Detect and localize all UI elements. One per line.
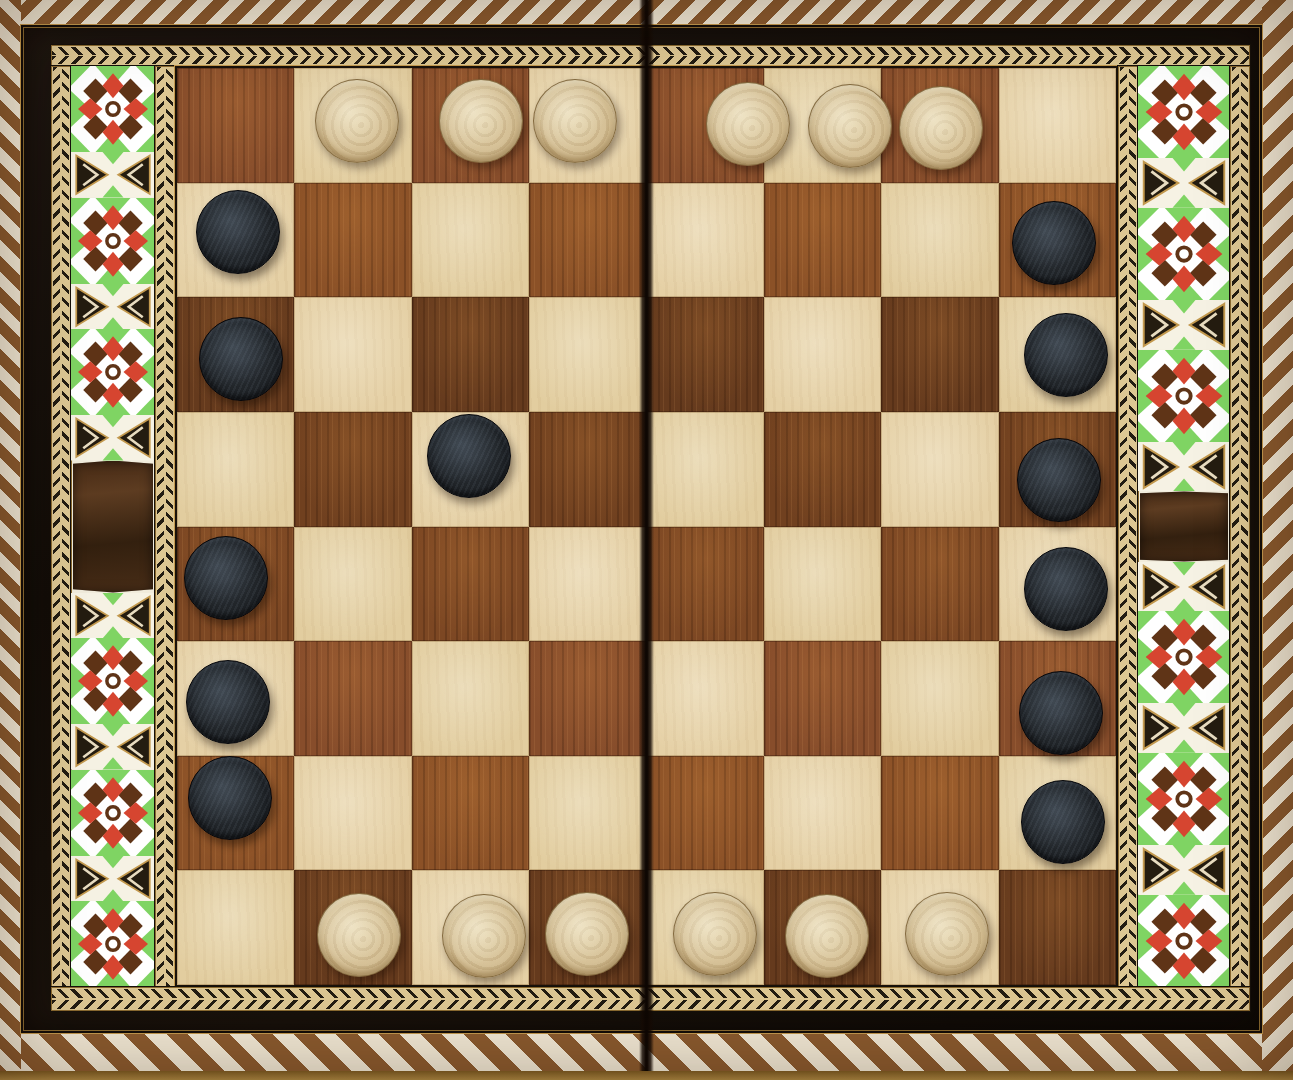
black-checker-a7[interactable] — [196, 190, 280, 274]
square-e5[interactable] — [647, 412, 764, 527]
square-g3[interactable] — [881, 641, 998, 756]
square-c7[interactable] — [412, 183, 529, 298]
square-c3[interactable] — [412, 641, 529, 756]
chevron-diamond-motif — [71, 724, 155, 770]
black-checker-a2[interactable] — [188, 756, 272, 840]
square-f2[interactable] — [764, 756, 881, 871]
square-c6[interactable] — [412, 297, 529, 412]
white-checker-e8[interactable] — [706, 82, 790, 166]
white-checker-d8[interactable] — [533, 79, 617, 163]
white-checker-g8[interactable] — [899, 86, 983, 170]
square-g6[interactable] — [881, 297, 998, 412]
black-checker-a6[interactable] — [199, 317, 283, 401]
star-flower-medallion — [71, 329, 155, 415]
square-f5[interactable] — [764, 412, 881, 527]
square-b4[interactable] — [294, 527, 411, 642]
walnut-lozenge-panel — [73, 461, 153, 593]
square-d2[interactable] — [529, 756, 646, 871]
chevron-diamond-motif — [1138, 442, 1230, 492]
chevron-diamond-motif — [71, 415, 155, 461]
white-checker-b8[interactable] — [315, 79, 399, 163]
box-bottom-edge — [0, 1071, 1293, 1080]
black-checker-h6[interactable] — [1024, 313, 1108, 397]
walnut-lozenge-panel — [1140, 491, 1228, 561]
square-d5[interactable] — [529, 412, 646, 527]
chevron-diamond-motif — [1138, 845, 1230, 895]
square-c2[interactable] — [412, 756, 529, 871]
square-e3[interactable] — [647, 641, 764, 756]
chevron-diamond-motif — [1138, 300, 1230, 350]
square-a1[interactable] — [177, 870, 294, 985]
square-e4[interactable] — [647, 527, 764, 642]
chevron-diamond-motif — [71, 284, 155, 330]
black-checker-h2[interactable] — [1021, 780, 1105, 864]
square-f3[interactable] — [764, 641, 881, 756]
white-checker-d1[interactable] — [545, 892, 629, 976]
chevron-diamond-motif — [71, 856, 155, 902]
square-d7[interactable] — [529, 183, 646, 298]
white-checker-b1[interactable] — [317, 893, 401, 977]
square-a8[interactable] — [177, 68, 294, 183]
square-d6[interactable] — [529, 297, 646, 412]
chevron-diamond-motif — [71, 152, 155, 198]
star-flower-medallion — [71, 901, 155, 987]
chevron-diamond-motif — [1138, 703, 1230, 753]
chevron-inlay-band-right-outer — [1230, 66, 1250, 987]
star-flower-medallion — [71, 770, 155, 856]
black-checker-a3[interactable] — [186, 660, 270, 744]
star-flower-medallion — [71, 638, 155, 724]
square-g4[interactable] — [881, 527, 998, 642]
mosaic-inlay-column-left — [71, 66, 155, 987]
board-fold-seam — [639, 0, 654, 1080]
chevron-inlay-band-left-inner — [155, 66, 175, 987]
square-b3[interactable] — [294, 641, 411, 756]
square-d3[interactable] — [529, 641, 646, 756]
square-g2[interactable] — [881, 756, 998, 871]
white-checker-e1[interactable] — [673, 892, 757, 976]
chevron-diamond-motif — [71, 593, 155, 639]
chevron-inlay-band-left-outer — [51, 66, 71, 987]
white-checker-g1[interactable] — [905, 892, 989, 976]
star-flower-medallion — [1138, 208, 1230, 300]
square-b7[interactable] — [294, 183, 411, 298]
stripe-border-right — [1262, 0, 1293, 1080]
stripe-border-left — [0, 0, 21, 1080]
chevron-inlay-band-right-inner — [1118, 66, 1138, 987]
mosaic-inlay-column-right — [1138, 66, 1230, 987]
square-c4[interactable] — [412, 527, 529, 642]
square-h1[interactable] — [999, 870, 1116, 985]
square-f6[interactable] — [764, 297, 881, 412]
star-flower-medallion — [1138, 895, 1230, 987]
star-flower-medallion — [1138, 66, 1230, 158]
square-d4[interactable] — [529, 527, 646, 642]
square-e7[interactable] — [647, 183, 764, 298]
star-flower-medallion — [1138, 611, 1230, 703]
square-h8[interactable] — [999, 68, 1116, 183]
square-b5[interactable] — [294, 412, 411, 527]
square-f4[interactable] — [764, 527, 881, 642]
square-g5[interactable] — [881, 412, 998, 527]
chevron-diamond-motif — [1138, 562, 1230, 612]
white-checker-f8[interactable] — [808, 84, 892, 168]
square-e6[interactable] — [647, 297, 764, 412]
black-checker-h4[interactable] — [1024, 547, 1108, 631]
chevron-diamond-motif — [1138, 158, 1230, 208]
square-b2[interactable] — [294, 756, 411, 871]
square-e2[interactable] — [647, 756, 764, 871]
star-flower-medallion — [71, 66, 155, 152]
square-f7[interactable] — [764, 183, 881, 298]
white-checker-f1[interactable] — [785, 894, 869, 978]
star-flower-medallion — [1138, 753, 1230, 845]
black-checker-h5[interactable] — [1017, 438, 1101, 522]
star-flower-medallion — [71, 198, 155, 284]
white-checker-c1[interactable] — [442, 894, 526, 978]
black-checker-h7[interactable] — [1012, 201, 1096, 285]
black-checker-a4[interactable] — [184, 536, 268, 620]
star-flower-medallion — [1138, 350, 1230, 442]
square-a5[interactable] — [177, 412, 294, 527]
square-g7[interactable] — [881, 183, 998, 298]
square-b6[interactable] — [294, 297, 411, 412]
folding-game-box-photo — [0, 0, 1293, 1080]
